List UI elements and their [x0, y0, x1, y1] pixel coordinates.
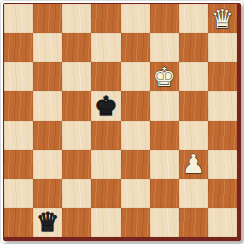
square-a1[interactable] — [4, 208, 33, 237]
white-queen-h8: ♛ — [211, 6, 234, 32]
square-d4[interactable] — [91, 121, 120, 150]
square-f1[interactable] — [150, 208, 179, 237]
square-c3[interactable] — [62, 150, 91, 179]
square-e5[interactable] — [121, 91, 150, 120]
square-e6[interactable] — [121, 62, 150, 91]
chess-board: ♛♚♚♟♛ — [4, 4, 237, 237]
square-c7[interactable] — [62, 33, 91, 62]
square-f4[interactable] — [150, 121, 179, 150]
square-f7[interactable] — [150, 33, 179, 62]
square-b1[interactable]: ♛ — [33, 208, 62, 237]
square-a7[interactable] — [4, 33, 33, 62]
square-g2[interactable] — [179, 179, 208, 208]
square-h2[interactable] — [208, 179, 237, 208]
square-c8[interactable] — [62, 4, 91, 33]
square-e2[interactable] — [121, 179, 150, 208]
square-h1[interactable] — [208, 208, 237, 237]
square-a5[interactable] — [4, 91, 33, 120]
square-h3[interactable] — [208, 150, 237, 179]
square-c2[interactable] — [62, 179, 91, 208]
square-g1[interactable] — [179, 208, 208, 237]
square-h6[interactable] — [208, 62, 237, 91]
square-f5[interactable] — [150, 91, 179, 120]
square-g3[interactable]: ♟ — [179, 150, 208, 179]
square-b3[interactable] — [33, 150, 62, 179]
square-a8[interactable] — [4, 4, 33, 33]
square-e4[interactable] — [121, 121, 150, 150]
square-c4[interactable] — [62, 121, 91, 150]
square-b4[interactable] — [33, 121, 62, 150]
square-a3[interactable] — [4, 150, 33, 179]
square-d7[interactable] — [91, 33, 120, 62]
board-rim: ♛♚♚♟♛ — [3, 3, 241, 241]
square-f6[interactable]: ♚ — [150, 62, 179, 91]
white-king-f6: ♚ — [153, 64, 176, 90]
square-b6[interactable] — [33, 62, 62, 91]
square-b2[interactable] — [33, 179, 62, 208]
square-g5[interactable] — [179, 91, 208, 120]
square-h8[interactable]: ♛ — [208, 4, 237, 33]
square-b5[interactable] — [33, 91, 62, 120]
square-e3[interactable] — [121, 150, 150, 179]
square-f3[interactable] — [150, 150, 179, 179]
square-h5[interactable] — [208, 91, 237, 120]
square-g6[interactable] — [179, 62, 208, 91]
square-d8[interactable] — [91, 4, 120, 33]
black-queen-b1: ♛ — [36, 209, 59, 235]
square-d3[interactable] — [91, 150, 120, 179]
square-a4[interactable] — [4, 121, 33, 150]
black-king-d5: ♚ — [94, 93, 117, 119]
square-h4[interactable] — [208, 121, 237, 150]
square-d5[interactable]: ♚ — [91, 91, 120, 120]
square-c6[interactable] — [62, 62, 91, 91]
square-h7[interactable] — [208, 33, 237, 62]
square-a6[interactable] — [4, 62, 33, 91]
square-g7[interactable] — [179, 33, 208, 62]
square-b8[interactable] — [33, 4, 62, 33]
photo-frame: ♛♚♚♟♛ — [0, 0, 244, 244]
square-e1[interactable] — [121, 208, 150, 237]
square-c5[interactable] — [62, 91, 91, 120]
white-pawn-g3: ♟ — [182, 151, 205, 177]
square-b7[interactable] — [33, 33, 62, 62]
square-g8[interactable] — [179, 4, 208, 33]
square-a2[interactable] — [4, 179, 33, 208]
square-c1[interactable] — [62, 208, 91, 237]
square-d1[interactable] — [91, 208, 120, 237]
square-e7[interactable] — [121, 33, 150, 62]
square-g4[interactable] — [179, 121, 208, 150]
square-f8[interactable] — [150, 4, 179, 33]
square-d6[interactable] — [91, 62, 120, 91]
square-f2[interactable] — [150, 179, 179, 208]
square-d2[interactable] — [91, 179, 120, 208]
square-e8[interactable] — [121, 4, 150, 33]
